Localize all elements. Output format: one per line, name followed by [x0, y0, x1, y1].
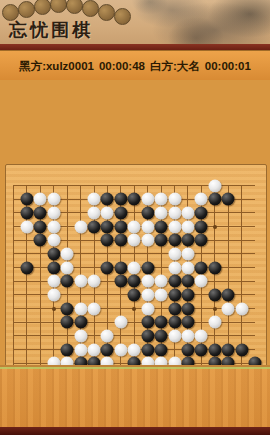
stone-black [181, 234, 194, 247]
stone-black [208, 343, 221, 356]
stone-black [114, 220, 127, 233]
stone-black [168, 234, 181, 247]
app-window: 忘忧围棋 黑方:xulz0001 00:00:48 白方:大名 00:00:01… [0, 0, 270, 435]
stone-black [155, 234, 168, 247]
stone-white [168, 247, 181, 260]
stone-black [222, 288, 235, 301]
stone-black [34, 206, 47, 219]
stone-white [168, 220, 181, 233]
stone-white [47, 220, 60, 233]
star-point [213, 225, 217, 229]
stone-white [128, 234, 141, 247]
stone-white [74, 343, 87, 356]
stone-black [114, 193, 127, 206]
black-clock: 00:00:48 [99, 60, 145, 72]
stone-black [20, 193, 33, 206]
stone-white [114, 343, 127, 356]
black-player-label: 黑方:xulz0001 [19, 59, 94, 74]
star-point [213, 307, 217, 311]
stone-white [20, 220, 33, 233]
stone-white [181, 261, 194, 274]
stone-black [155, 316, 168, 329]
stone-white [88, 206, 101, 219]
stone-black [101, 193, 114, 206]
stone-black [141, 316, 154, 329]
stone-white [181, 220, 194, 233]
stone-black [34, 234, 47, 247]
stone-white [155, 288, 168, 301]
stone-black [88, 220, 101, 233]
stone-black [181, 302, 194, 315]
stone-white [141, 302, 154, 315]
stone-white [61, 247, 74, 260]
stone-black [128, 193, 141, 206]
stone-black [208, 193, 221, 206]
stone-black [141, 329, 154, 342]
stone-white [141, 193, 154, 206]
status-bar: 黑方:xulz0001 00:00:48 白方:大名 00:00:01 [0, 50, 270, 82]
stone-black [195, 234, 208, 247]
stone-black [155, 343, 168, 356]
stone-white [168, 193, 181, 206]
stone-black [168, 316, 181, 329]
stone-black [114, 261, 127, 274]
stone-black [61, 302, 74, 315]
stone-white [74, 220, 87, 233]
star-point [132, 307, 136, 311]
stone-black [101, 343, 114, 356]
stone-black [114, 275, 127, 288]
stone-black [128, 275, 141, 288]
title-banner: 忘忧围棋 [0, 0, 270, 44]
stone-black [128, 288, 141, 301]
stone-white [101, 329, 114, 342]
stone-white [208, 316, 221, 329]
stone-black [101, 220, 114, 233]
stone-black [141, 206, 154, 219]
stone-black [61, 343, 74, 356]
stone-white [195, 275, 208, 288]
stone-black [141, 343, 154, 356]
stone-black [181, 275, 194, 288]
stone-white [74, 302, 87, 315]
stone-white [141, 288, 154, 301]
stone-white [61, 261, 74, 274]
stone-black [168, 275, 181, 288]
stone-black [195, 206, 208, 219]
star-point [52, 307, 56, 311]
stone-white [208, 179, 221, 192]
stone-white [34, 193, 47, 206]
stone-white [128, 343, 141, 356]
stone-black [114, 234, 127, 247]
stone-white [47, 275, 60, 288]
stone-black [195, 261, 208, 274]
white-player-label: 白方:大名 [150, 59, 200, 74]
stone-black [101, 234, 114, 247]
stone-black [101, 261, 114, 274]
stone-white [235, 302, 248, 315]
stone-black [168, 288, 181, 301]
stone-black [155, 329, 168, 342]
stone-black [155, 220, 168, 233]
app-title: 忘忧围棋 [9, 18, 93, 42]
stone-white [74, 275, 87, 288]
stone-black [61, 275, 74, 288]
stone-black [222, 343, 235, 356]
stone-white [155, 193, 168, 206]
stone-white [181, 206, 194, 219]
stone-black [61, 316, 74, 329]
stone-white [88, 193, 101, 206]
stone-white [47, 234, 60, 247]
board-area: 195 [0, 80, 270, 365]
stone-black [181, 288, 194, 301]
coins-decoration [0, 0, 150, 16]
stone-white [168, 329, 181, 342]
stone-white [88, 275, 101, 288]
stone-white [181, 247, 194, 260]
stone-white [128, 261, 141, 274]
stone-black [181, 343, 194, 356]
stone-black [114, 206, 127, 219]
stone-black [181, 316, 194, 329]
stone-black [47, 247, 60, 260]
stone-white [141, 234, 154, 247]
stone-black [208, 261, 221, 274]
stone-white [141, 275, 154, 288]
white-clock: 00:00:01 [205, 60, 251, 72]
stone-white [88, 343, 101, 356]
stone-white [101, 206, 114, 219]
stone-white [88, 302, 101, 315]
stone-white [222, 302, 235, 315]
toolbar: ◀◀◀▶▶▶ [0, 365, 270, 435]
stone-black [20, 261, 33, 274]
stone-white [155, 275, 168, 288]
stone-white [195, 193, 208, 206]
stone-white [195, 329, 208, 342]
stone-black [141, 261, 154, 274]
stone-black [74, 316, 87, 329]
stone-black [195, 343, 208, 356]
bottom-strip [0, 427, 270, 435]
stone-black [208, 288, 221, 301]
stone-white [74, 329, 87, 342]
stone-white [141, 220, 154, 233]
stone-black [168, 302, 181, 315]
stone-black [20, 206, 33, 219]
stone-white [181, 329, 194, 342]
stone-black [47, 261, 60, 274]
stone-white [168, 206, 181, 219]
stone-white [168, 261, 181, 274]
stone-black [195, 220, 208, 233]
stone-black [235, 343, 248, 356]
stone-white [155, 206, 168, 219]
stone-white [128, 220, 141, 233]
stone-white [47, 193, 60, 206]
stone-black [222, 193, 235, 206]
stone-white [47, 206, 60, 219]
stone-black [34, 220, 47, 233]
stone-white [114, 316, 127, 329]
stone-white [47, 288, 60, 301]
